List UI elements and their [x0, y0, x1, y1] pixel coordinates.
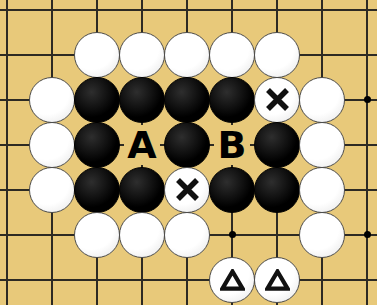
- stone-white[interactable]: [299, 167, 345, 213]
- stone-white[interactable]: [254, 77, 300, 123]
- stone-white[interactable]: [299, 212, 345, 258]
- grid-line-vertical: [6, 0, 8, 305]
- stone-black[interactable]: [74, 122, 120, 168]
- stone-white[interactable]: [119, 32, 165, 78]
- triangle-mark-icon: [220, 269, 245, 291]
- go-board[interactable]: AB: [0, 0, 377, 305]
- x-mark-icon: [175, 177, 200, 202]
- grid-line-horizontal: [0, 279, 377, 281]
- point-label-a[interactable]: A: [124, 125, 160, 165]
- star-point: [364, 96, 371, 103]
- stone-white[interactable]: [299, 122, 345, 168]
- stone-black[interactable]: [119, 167, 165, 213]
- stone-black[interactable]: [164, 122, 210, 168]
- stone-black[interactable]: [209, 77, 255, 123]
- stone-black[interactable]: [254, 167, 300, 213]
- stone-white[interactable]: [254, 32, 300, 78]
- grid-line-vertical: [366, 0, 368, 305]
- point-label-b[interactable]: B: [214, 125, 250, 165]
- stone-black[interactable]: [119, 77, 165, 123]
- stone-white[interactable]: [74, 32, 120, 78]
- stone-white[interactable]: [164, 32, 210, 78]
- stone-white[interactable]: [74, 212, 120, 258]
- stone-black[interactable]: [209, 167, 255, 213]
- star-point: [364, 231, 371, 238]
- stone-black[interactable]: [164, 77, 210, 123]
- stone-white[interactable]: [299, 77, 345, 123]
- triangle-mark-icon: [265, 269, 290, 291]
- star-point: [229, 231, 236, 238]
- stone-white[interactable]: [254, 257, 300, 303]
- stone-white[interactable]: [119, 212, 165, 258]
- stone-white[interactable]: [164, 212, 210, 258]
- x-mark-icon: [265, 87, 290, 112]
- grid-line-horizontal: [0, 9, 377, 11]
- stone-white[interactable]: [29, 122, 75, 168]
- stone-white[interactable]: [209, 32, 255, 78]
- stone-white[interactable]: [209, 257, 255, 303]
- stone-black[interactable]: [74, 167, 120, 213]
- stone-white[interactable]: [164, 167, 210, 213]
- stone-white[interactable]: [29, 77, 75, 123]
- stone-black[interactable]: [74, 77, 120, 123]
- stone-black[interactable]: [254, 122, 300, 168]
- stone-white[interactable]: [29, 167, 75, 213]
